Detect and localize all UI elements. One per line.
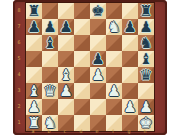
piece-white-pawn-e4[interactable]: ♟	[90, 67, 106, 83]
square-d7[interactable]	[74, 19, 90, 35]
square-e2[interactable]	[90, 99, 106, 115]
square-d6[interactable]	[74, 35, 90, 51]
square-d4[interactable]	[74, 67, 90, 83]
file-label-g: g	[121, 129, 137, 135]
piece-black-bishop-h5[interactable]: ♝	[138, 51, 154, 67]
square-c4[interactable]: ♝	[58, 67, 74, 83]
file-label-f: f	[105, 129, 121, 135]
piece-black-rook-a8[interactable]: ♜	[26, 3, 42, 19]
square-e6[interactable]	[90, 35, 106, 51]
square-h4[interactable]: ♛	[138, 67, 154, 83]
square-g8[interactable]	[122, 3, 138, 19]
square-d2[interactable]	[74, 99, 90, 115]
square-g6[interactable]	[122, 35, 138, 51]
piece-white-knight-f7[interactable]: ♞	[106, 19, 122, 35]
piece-black-bishop-b6[interactable]: ♝	[42, 35, 58, 51]
square-c8[interactable]	[58, 3, 74, 19]
square-c5[interactable]	[58, 51, 74, 67]
piece-black-queen-h4[interactable]: ♛	[138, 67, 154, 83]
square-f5[interactable]	[106, 51, 122, 67]
chess-board: ♜♚♜♟♟♟♞♟♟♝♞♟♝♝♟♛♝♛♟♟♟♟♟♜♞♚	[25, 2, 155, 132]
rank-label-4: 4	[14, 66, 24, 82]
square-a2[interactable]: ♟	[26, 99, 42, 115]
square-e7[interactable]	[90, 19, 106, 35]
square-a7[interactable]: ♟	[26, 19, 42, 35]
piece-white-pawn-c3[interactable]: ♟	[58, 83, 74, 99]
rank-label-3: 3	[14, 82, 24, 98]
square-a8[interactable]: ♜	[26, 3, 42, 19]
square-b2[interactable]	[42, 99, 58, 115]
rank-label-7: 7	[14, 18, 24, 34]
square-a4[interactable]	[26, 67, 42, 83]
square-e8[interactable]: ♚	[90, 3, 106, 19]
square-g4[interactable]	[122, 67, 138, 83]
piece-white-pawn-g2[interactable]: ♟	[122, 99, 138, 115]
square-h7[interactable]: ♟	[138, 19, 154, 35]
square-h6[interactable]: ♞	[138, 35, 154, 51]
rank-label-5: 5	[14, 50, 24, 66]
square-a5[interactable]	[26, 51, 42, 67]
piece-white-pawn-a2[interactable]: ♟	[26, 99, 42, 115]
rank-label-8: 8	[14, 2, 24, 18]
file-labels: abcdefgh	[25, 129, 153, 135]
file-label-d: d	[73, 129, 89, 135]
square-h3[interactable]	[138, 83, 154, 99]
piece-black-pawn-b7[interactable]: ♟	[42, 19, 58, 35]
file-label-e: e	[89, 129, 105, 135]
square-f6[interactable]	[106, 35, 122, 51]
square-b3[interactable]: ♛	[42, 83, 58, 99]
piece-black-king-e8[interactable]: ♚	[90, 3, 106, 19]
square-b8[interactable]	[42, 3, 58, 19]
square-e4[interactable]: ♟	[90, 67, 106, 83]
square-d8[interactable]	[74, 3, 90, 19]
square-h8[interactable]: ♜	[138, 3, 154, 19]
piece-black-pawn-h7[interactable]: ♟	[138, 19, 154, 35]
square-h2[interactable]: ♟	[138, 99, 154, 115]
piece-black-pawn-c7[interactable]: ♟	[58, 19, 74, 35]
piece-white-queen-b3[interactable]: ♛	[42, 83, 58, 99]
piece-black-rook-h8[interactable]: ♜	[138, 3, 154, 19]
rank-label-2: 2	[14, 98, 24, 114]
piece-white-pawn-h2[interactable]: ♟	[138, 99, 154, 115]
rank-labels: 87654321	[14, 2, 24, 130]
square-g5[interactable]	[122, 51, 138, 67]
square-d3[interactable]	[74, 83, 90, 99]
square-b4[interactable]	[42, 67, 58, 83]
file-label-b: b	[41, 129, 57, 135]
rank-label-1: 1	[14, 114, 24, 130]
square-f3[interactable]: ♟	[106, 83, 122, 99]
square-c7[interactable]: ♟	[58, 19, 74, 35]
piece-black-pawn-e5[interactable]: ♟	[90, 51, 106, 67]
file-label-h: h	[137, 129, 153, 135]
piece-white-bishop-a3[interactable]: ♝	[26, 83, 42, 99]
square-f4[interactable]	[106, 67, 122, 83]
square-b7[interactable]: ♟	[42, 19, 58, 35]
square-f7[interactable]: ♞	[106, 19, 122, 35]
square-e5[interactable]: ♟	[90, 51, 106, 67]
square-g3[interactable]	[122, 83, 138, 99]
square-e3[interactable]	[90, 83, 106, 99]
piece-black-pawn-a7[interactable]: ♟	[26, 19, 42, 35]
square-d5[interactable]	[74, 51, 90, 67]
piece-black-pawn-g7[interactable]: ♟	[122, 19, 138, 35]
square-c3[interactable]: ♟	[58, 83, 74, 99]
piece-white-pawn-f3[interactable]: ♟	[106, 83, 122, 99]
piece-black-knight-h6[interactable]: ♞	[138, 35, 154, 51]
square-g2[interactable]: ♟	[122, 99, 138, 115]
file-label-c: c	[57, 129, 73, 135]
square-a6[interactable]	[26, 35, 42, 51]
piece-white-bishop-c4[interactable]: ♝	[58, 67, 74, 83]
square-b5[interactable]	[42, 51, 58, 67]
square-f8[interactable]	[106, 3, 122, 19]
square-c6[interactable]	[58, 35, 74, 51]
square-g7[interactable]: ♟	[122, 19, 138, 35]
rank-label-6: 6	[14, 34, 24, 50]
square-c2[interactable]	[58, 99, 74, 115]
file-label-a: a	[25, 129, 41, 135]
square-f2[interactable]	[106, 99, 122, 115]
square-b6[interactable]: ♝	[42, 35, 58, 51]
square-h5[interactable]: ♝	[138, 51, 154, 67]
square-a3[interactable]: ♝	[26, 83, 42, 99]
